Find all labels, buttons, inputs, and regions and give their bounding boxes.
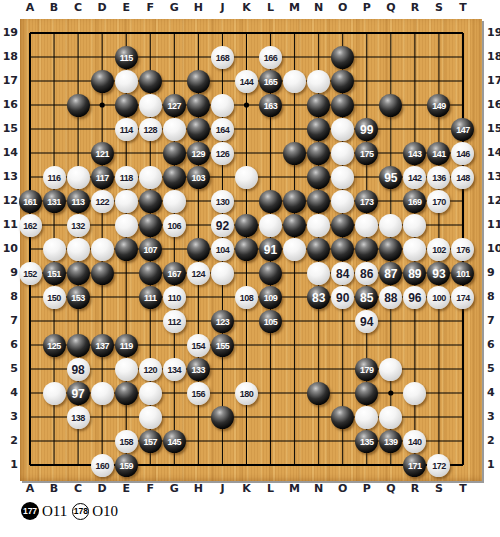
stone-C3: 138 — [67, 406, 90, 429]
stone-C16 — [67, 94, 90, 117]
stone-number: 107 — [144, 245, 158, 254]
stone-number: 122 — [95, 197, 109, 206]
stone-number: 164 — [216, 125, 230, 134]
coord-left-5: 5 — [1, 362, 18, 375]
stone-B9: 151 — [43, 262, 66, 285]
stone-number: 180 — [240, 389, 254, 398]
stone-Q9: 87 — [379, 262, 402, 285]
coord-top-O: O — [331, 1, 355, 14]
stone-R8: 96 — [403, 286, 426, 309]
stone-number: 144 — [240, 77, 254, 86]
coord-left-10: 10 — [1, 242, 18, 255]
stone-number: 158 — [119, 437, 133, 446]
stone-number: 130 — [216, 197, 230, 206]
stone-number: 114 — [120, 125, 133, 134]
stone-P15: 99 — [355, 118, 378, 141]
stone-N13 — [307, 166, 330, 189]
stone-number: 160 — [95, 461, 109, 470]
stone-number: 170 — [432, 197, 446, 206]
coord-right-1: 1 — [487, 458, 500, 471]
coord-bottom-Q: Q — [379, 482, 403, 495]
stone-F11 — [139, 214, 162, 237]
stone-number: 168 — [216, 53, 230, 62]
stone-number: 90 — [336, 292, 349, 304]
stone-T15: 147 — [451, 118, 474, 141]
stone-P5: 179 — [355, 358, 378, 381]
stone-number: 123 — [216, 317, 230, 326]
stone-number: 179 — [360, 365, 374, 374]
stone-G15 — [163, 118, 186, 141]
coord-top-B: B — [42, 1, 66, 14]
stone-number: 102 — [432, 245, 446, 254]
coord-top-N: N — [307, 1, 331, 14]
stone-J3 — [211, 406, 234, 429]
stone-S10: 102 — [427, 238, 450, 261]
stone-number: 156 — [192, 389, 206, 398]
stone-number: 154 — [192, 341, 206, 350]
stone-number: 145 — [168, 437, 182, 446]
coord-left-19: 19 — [1, 26, 18, 39]
stone-P3 — [355, 406, 378, 429]
coord-left-14: 14 — [1, 146, 18, 159]
stone-O17 — [331, 70, 354, 93]
stone-J14: 126 — [211, 142, 234, 165]
stone-J15: 164 — [211, 118, 234, 141]
stone-D6: 137 — [91, 334, 114, 357]
coord-left-9: 9 — [1, 266, 18, 279]
stone-F10: 107 — [139, 238, 162, 261]
stone-F9 — [139, 262, 162, 285]
coord-bottom-J: J — [210, 482, 234, 495]
coord-top-J: J — [210, 1, 234, 14]
coord-bottom-C: C — [66, 482, 90, 495]
stone-P11 — [355, 214, 378, 237]
stone-L10: 91 — [259, 238, 282, 261]
stone-number: 92 — [216, 220, 229, 232]
coord-bottom-G: G — [162, 482, 186, 495]
stone-Q5 — [379, 358, 402, 381]
coord-left-3: 3 — [1, 410, 18, 423]
stone-number: 99 — [360, 124, 373, 136]
stone-number: 83 — [312, 292, 325, 304]
stone-S8: 100 — [427, 286, 450, 309]
stone-J12: 130 — [211, 190, 234, 213]
stone-L8: 109 — [259, 286, 282, 309]
coord-bottom-H: H — [186, 482, 210, 495]
stone-K10 — [235, 238, 258, 261]
stone-E11 — [115, 214, 138, 237]
stone-number: 153 — [71, 293, 85, 302]
caption-point-O10: O10 — [92, 503, 118, 520]
coord-right-10: 10 — [487, 242, 500, 255]
stone-C9 — [67, 262, 90, 285]
stone-number: 88 — [384, 292, 397, 304]
coord-left-6: 6 — [1, 338, 18, 351]
stone-R9: 89 — [403, 262, 426, 285]
stone-number: 103 — [192, 173, 206, 182]
stone-number: 96 — [408, 292, 421, 304]
stone-P9: 86 — [355, 262, 378, 285]
stone-N14 — [307, 142, 330, 165]
stone-number: 174 — [456, 293, 470, 302]
stone-B13: 116 — [43, 166, 66, 189]
stone-number: 126 — [216, 149, 230, 158]
coord-left-4: 4 — [1, 386, 18, 399]
stone-G12 — [163, 190, 186, 213]
stone-O11 — [331, 214, 354, 237]
stone-D17 — [91, 70, 114, 93]
star-point — [244, 102, 249, 107]
stone-number: 157 — [144, 437, 158, 446]
coord-left-17: 17 — [1, 74, 18, 87]
stone-R10 — [403, 238, 426, 261]
coord-top-R: R — [403, 1, 427, 14]
stone-P7: 94 — [355, 310, 378, 333]
stone-C4: 97 — [67, 382, 90, 405]
stone-D4 — [91, 382, 114, 405]
stone-S16: 149 — [427, 94, 450, 117]
stone-number: 137 — [95, 341, 109, 350]
stone-G5: 134 — [163, 358, 186, 381]
caption-point-O11: O11 — [42, 503, 67, 520]
stone-L18: 166 — [259, 46, 282, 69]
stone-number: 113 — [72, 197, 85, 206]
stone-G16: 127 — [163, 94, 186, 117]
stone-J10: 104 — [211, 238, 234, 261]
stone-P2: 135 — [355, 430, 378, 453]
stone-M11 — [283, 214, 306, 237]
stone-number: 173 — [360, 197, 374, 206]
stone-number: 121 — [95, 149, 109, 158]
stone-F16 — [139, 94, 162, 117]
coord-bottom-K: K — [234, 482, 258, 495]
stone-C6 — [67, 334, 90, 357]
stone-number: 172 — [432, 461, 446, 470]
stone-N12 — [307, 190, 330, 213]
stone-J16 — [211, 94, 234, 117]
coord-top-D: D — [90, 1, 114, 14]
stone-number: 109 — [264, 293, 278, 302]
coord-right-8: 8 — [487, 290, 500, 303]
stone-number: 128 — [144, 125, 158, 134]
caption: 177O11178O10 — [21, 500, 120, 522]
stone-number: 104 — [216, 245, 230, 254]
stone-number: 106 — [168, 221, 182, 230]
coord-right-11: 11 — [487, 218, 500, 231]
stone-C8: 153 — [67, 286, 90, 309]
stone-S12: 170 — [427, 190, 450, 213]
coord-top-S: S — [427, 1, 451, 14]
stone-number: 136 — [432, 173, 446, 182]
stone-N10 — [307, 238, 330, 261]
stone-number: 149 — [432, 101, 446, 110]
stone-H15 — [187, 118, 210, 141]
stone-E6: 119 — [115, 334, 138, 357]
stone-K11 — [235, 214, 258, 237]
coord-left-8: 8 — [1, 290, 18, 303]
stone-K4: 180 — [235, 382, 258, 405]
stone-number: 133 — [192, 365, 206, 374]
stone-H13: 103 — [187, 166, 210, 189]
stone-D10 — [91, 238, 114, 261]
stone-S9: 93 — [427, 262, 450, 285]
coord-right-13: 13 — [487, 170, 500, 183]
stone-number: 171 — [408, 461, 422, 470]
stone-F13 — [139, 166, 162, 189]
stone-number: 150 — [47, 293, 61, 302]
stone-O16 — [331, 94, 354, 117]
stone-S13: 136 — [427, 166, 450, 189]
stone-Q13: 95 — [379, 166, 402, 189]
coord-bottom-O: O — [331, 482, 355, 495]
stone-H4: 156 — [187, 382, 210, 405]
coord-bottom-B: B — [42, 482, 66, 495]
caption-stone-178: 178 — [72, 503, 89, 520]
stone-Q3 — [379, 406, 402, 429]
stone-M10 — [283, 238, 306, 261]
stone-number: 141 — [432, 149, 446, 158]
star-point — [100, 102, 105, 107]
stone-D14: 121 — [91, 142, 114, 165]
stone-J7: 123 — [211, 310, 234, 333]
stone-number: 94 — [360, 316, 373, 328]
stone-B8: 150 — [43, 286, 66, 309]
coord-left-12: 12 — [1, 194, 18, 207]
coord-right-16: 16 — [487, 98, 500, 111]
stone-L9 — [259, 262, 282, 285]
stone-N15 — [307, 118, 330, 141]
stone-number: 132 — [71, 221, 85, 230]
stone-number: 165 — [264, 77, 278, 86]
stone-O9: 84 — [331, 262, 354, 285]
stone-E17 — [115, 70, 138, 93]
stone-K17: 144 — [235, 70, 258, 93]
stone-G13 — [163, 166, 186, 189]
stone-D1: 160 — [91, 454, 114, 477]
stone-P10 — [355, 238, 378, 261]
stone-R13: 142 — [403, 166, 426, 189]
stone-F8: 111 — [139, 286, 162, 309]
stone-A12: 161 — [19, 190, 42, 213]
stone-S14: 141 — [427, 142, 450, 165]
stone-A11: 162 — [19, 214, 42, 237]
stone-number: 135 — [360, 437, 374, 446]
coord-right-3: 3 — [487, 410, 500, 423]
stone-D13: 117 — [91, 166, 114, 189]
stone-number: 118 — [120, 173, 133, 182]
stone-number: 176 — [456, 245, 470, 254]
stone-O13 — [331, 166, 354, 189]
coord-left-16: 16 — [1, 98, 18, 111]
star-point — [388, 390, 393, 395]
stone-number: 142 — [408, 173, 422, 182]
stone-D9 — [91, 262, 114, 285]
stone-G14 — [163, 142, 186, 165]
stone-B4 — [43, 382, 66, 405]
coord-right-18: 18 — [487, 50, 500, 63]
stone-O8: 90 — [331, 286, 354, 309]
coord-bottom-A: A — [18, 482, 42, 495]
stone-number: 87 — [384, 268, 397, 280]
stone-Q11 — [379, 214, 402, 237]
stone-number: 131 — [47, 197, 61, 206]
stone-Q10 — [379, 238, 402, 261]
stone-O14 — [331, 142, 354, 165]
stone-number: 95 — [384, 172, 397, 184]
stone-number: 163 — [264, 101, 278, 110]
coord-top-L: L — [259, 1, 283, 14]
stone-N17 — [307, 70, 330, 93]
stone-number: 112 — [168, 317, 181, 326]
stone-G8: 110 — [163, 286, 186, 309]
stone-number: 100 — [432, 293, 446, 302]
coord-bottom-D: D — [90, 482, 114, 495]
stone-F4 — [139, 382, 162, 405]
stone-number: 155 — [216, 341, 230, 350]
stone-K13 — [235, 166, 258, 189]
stone-number: 89 — [408, 268, 421, 280]
stone-number: 125 — [47, 341, 61, 350]
coord-right-5: 5 — [487, 362, 500, 375]
stone-E4 — [115, 382, 138, 405]
stone-number: 116 — [48, 173, 61, 182]
stone-B10 — [43, 238, 66, 261]
stone-C12: 113 — [67, 190, 90, 213]
stone-number: 169 — [408, 197, 422, 206]
stone-R4 — [403, 382, 426, 405]
stone-number: 91 — [264, 244, 277, 256]
coord-left-11: 11 — [1, 218, 18, 231]
stone-L11 — [259, 214, 282, 237]
coord-right-14: 14 — [487, 146, 500, 159]
coord-top-F: F — [138, 1, 162, 14]
coord-right-2: 2 — [487, 434, 500, 447]
stone-number: 110 — [168, 293, 181, 302]
stone-S1: 172 — [427, 454, 450, 477]
stone-F2: 157 — [139, 430, 162, 453]
stone-N11 — [307, 214, 330, 237]
stone-R12: 169 — [403, 190, 426, 213]
coord-top-T: T — [451, 1, 475, 14]
stone-number: 140 — [408, 437, 422, 446]
stone-C5: 98 — [67, 358, 90, 381]
stone-F17 — [139, 70, 162, 93]
stone-F15: 128 — [139, 118, 162, 141]
stone-number: 93 — [432, 268, 445, 280]
stone-number: 111 — [144, 293, 157, 302]
coord-right-7: 7 — [487, 314, 500, 327]
stone-H17 — [187, 70, 210, 93]
stone-N8: 83 — [307, 286, 330, 309]
coord-bottom-E: E — [114, 482, 138, 495]
stone-O12 — [331, 190, 354, 213]
coord-right-15: 15 — [487, 122, 500, 135]
stone-R1: 171 — [403, 454, 426, 477]
stone-number: 84 — [336, 268, 349, 280]
stone-J18: 168 — [211, 46, 234, 69]
stone-J11: 92 — [211, 214, 234, 237]
kifu-diagram: 1151681661441651271631491141281649914712… — [0, 0, 500, 537]
stone-M12 — [283, 190, 306, 213]
stone-E10 — [115, 238, 138, 261]
stone-number: 166 — [264, 53, 278, 62]
coord-left-2: 2 — [1, 434, 18, 447]
stone-number: 146 — [456, 149, 470, 158]
stone-P8: 85 — [355, 286, 378, 309]
coord-left-13: 13 — [1, 170, 18, 183]
stone-D12: 122 — [91, 190, 114, 213]
stone-E18: 115 — [115, 46, 138, 69]
stone-A9: 152 — [19, 262, 42, 285]
coord-right-17: 17 — [487, 74, 500, 87]
stone-G2: 145 — [163, 430, 186, 453]
stone-number: 139 — [384, 437, 398, 446]
stone-T9: 101 — [451, 262, 474, 285]
coord-top-K: K — [234, 1, 258, 14]
coord-left-15: 15 — [1, 122, 18, 135]
stone-H10 — [187, 238, 210, 261]
stone-O3 — [331, 406, 354, 429]
stone-M17 — [283, 70, 306, 93]
stone-number: 86 — [360, 268, 373, 280]
coord-top-P: P — [355, 1, 379, 14]
stone-E12 — [115, 190, 138, 213]
coord-top-A: A — [18, 1, 42, 14]
coord-bottom-N: N — [307, 482, 331, 495]
stone-number: 161 — [23, 197, 37, 206]
stone-T13: 148 — [451, 166, 474, 189]
coord-top-Q: Q — [379, 1, 403, 14]
stone-number: 115 — [120, 53, 133, 62]
stone-number: 167 — [168, 269, 182, 278]
stone-Q2: 139 — [379, 430, 402, 453]
stone-R14: 143 — [403, 142, 426, 165]
stone-M14 — [283, 142, 306, 165]
stone-number: 108 — [240, 293, 254, 302]
coord-top-H: H — [186, 1, 210, 14]
stone-E5 — [115, 358, 138, 381]
caption-stone-177: 177 — [21, 502, 39, 520]
stone-E15: 114 — [115, 118, 138, 141]
coord-left-1: 1 — [1, 458, 18, 471]
stone-number: 129 — [192, 149, 206, 158]
stone-B12: 131 — [43, 190, 66, 213]
stone-T14: 146 — [451, 142, 474, 165]
stone-number: 98 — [71, 364, 84, 376]
stone-number: 119 — [120, 341, 133, 350]
coord-right-6: 6 — [487, 338, 500, 351]
stone-number: 134 — [168, 365, 182, 374]
stone-H9: 124 — [187, 262, 210, 285]
stone-L7: 105 — [259, 310, 282, 333]
coord-top-E: E — [114, 1, 138, 14]
stone-number: 175 — [360, 149, 374, 158]
stone-R2: 140 — [403, 430, 426, 453]
stone-O10 — [331, 238, 354, 261]
stone-L17: 165 — [259, 70, 282, 93]
stone-G11: 106 — [163, 214, 186, 237]
coord-right-12: 12 — [487, 194, 500, 207]
stone-number: 85 — [360, 292, 373, 304]
stone-H6: 154 — [187, 334, 210, 357]
stone-E2: 158 — [115, 430, 138, 453]
stone-O15 — [331, 118, 354, 141]
stone-number: 159 — [119, 461, 133, 470]
stone-number: 143 — [408, 149, 422, 158]
stone-L12 — [259, 190, 282, 213]
stone-K8: 108 — [235, 286, 258, 309]
stone-E13: 118 — [115, 166, 138, 189]
